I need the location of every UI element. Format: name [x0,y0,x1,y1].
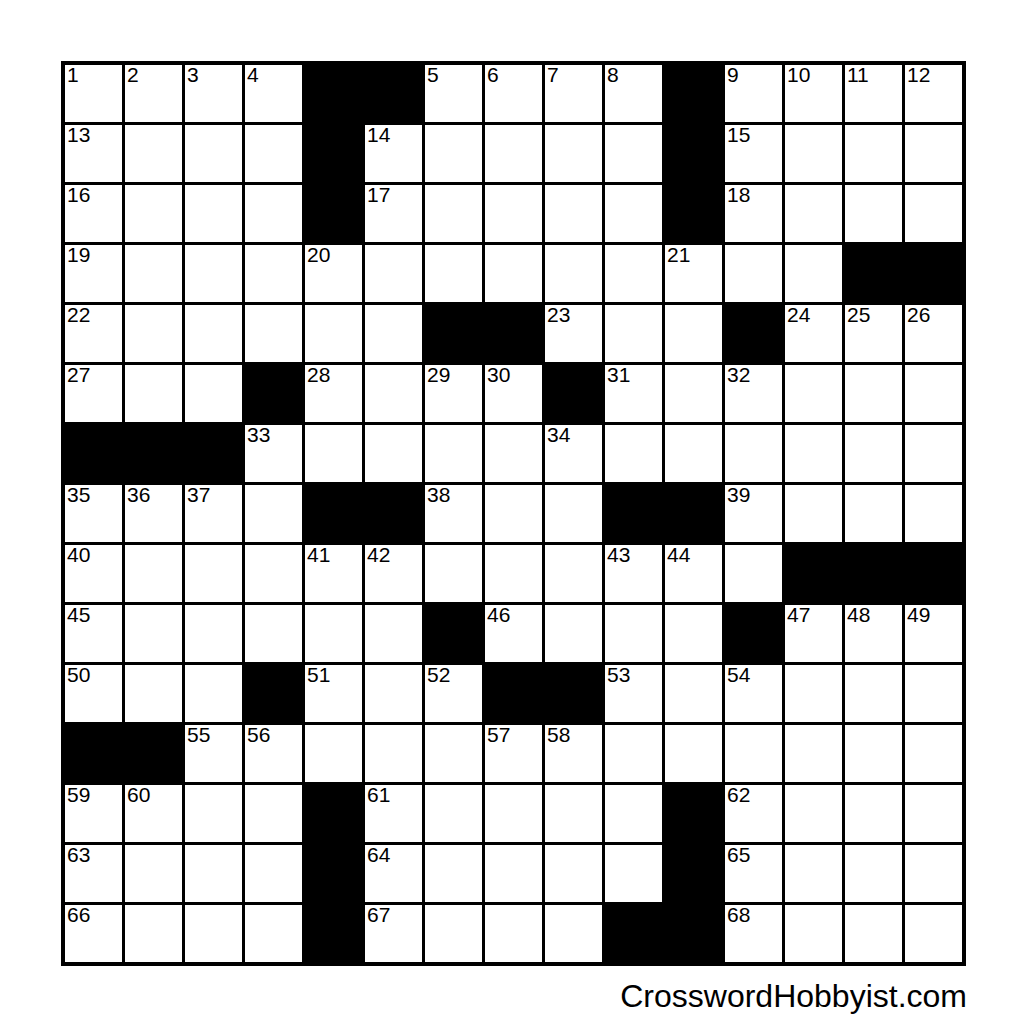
cell-r9c9[interactable] [545,545,602,602]
cell-r11c14[interactable] [845,665,902,722]
cell-r1c14[interactable]: 11 [845,65,902,122]
cell-r13c3[interactable] [185,785,242,842]
black-cell-r7c3 [185,425,242,482]
cell-r6c12[interactable]: 32 [725,365,782,422]
clue-number-10: 10 [787,64,810,85]
cell-r5c11[interactable] [665,305,722,362]
cell-r6c11[interactable] [665,365,722,422]
black-cell-r15c10 [605,905,662,962]
cell-r6c7[interactable]: 29 [425,365,482,422]
cell-r4c11[interactable]: 21 [665,245,722,302]
cell-r10c13[interactable]: 47 [785,605,842,662]
clue-number-50: 50 [67,664,90,685]
black-cell-r12c1 [65,725,122,782]
cell-r9c2[interactable] [125,545,182,602]
cell-r10c15[interactable]: 49 [905,605,962,662]
clue-number-29: 29 [427,364,450,385]
clue-number-23: 23 [547,304,570,325]
clue-number-33: 33 [247,424,270,445]
cell-r4c5[interactable]: 20 [305,245,362,302]
cell-r7c6[interactable] [365,425,422,482]
cell-r8c2[interactable]: 36 [125,485,182,542]
cell-r11c10[interactable]: 53 [605,665,662,722]
clue-number-47: 47 [787,604,810,625]
clue-number-41: 41 [307,544,330,565]
cell-r4c1[interactable]: 19 [65,245,122,302]
black-cell-r15c11 [665,905,722,962]
cell-r15c12[interactable]: 68 [725,905,782,962]
cell-r13c12[interactable]: 62 [725,785,782,842]
cell-r8c7[interactable]: 38 [425,485,482,542]
cell-r3c12[interactable]: 18 [725,185,782,242]
cell-r4c10[interactable] [605,245,662,302]
clue-number-56: 56 [247,724,270,745]
cell-r4c3[interactable] [185,245,242,302]
cell-r6c1[interactable]: 27 [65,365,122,422]
black-cell-r9c14 [845,545,902,602]
cell-r9c11[interactable]: 44 [665,545,722,602]
cell-r12c6[interactable] [365,725,422,782]
cell-r13c2[interactable]: 60 [125,785,182,842]
cell-r2c15[interactable] [905,125,962,182]
black-cell-r10c7 [425,605,482,662]
cell-r9c5[interactable]: 41 [305,545,362,602]
cell-r13c1[interactable]: 59 [65,785,122,842]
cell-r13c7[interactable] [425,785,482,842]
clue-number-6: 6 [487,64,499,85]
cell-r2c13[interactable] [785,125,842,182]
cell-r7c13[interactable] [785,425,842,482]
cell-r7c10[interactable] [605,425,662,482]
cell-r7c11[interactable] [665,425,722,482]
cell-r10c6[interactable] [365,605,422,662]
cell-r12c7[interactable] [425,725,482,782]
clue-number-57: 57 [487,724,510,745]
clue-number-32: 32 [727,364,750,385]
cell-r2c4[interactable] [245,125,302,182]
cell-r13c8[interactable] [485,785,542,842]
cell-r12c15[interactable] [905,725,962,782]
cell-r8c3[interactable]: 37 [185,485,242,542]
cell-r9c10[interactable]: 43 [605,545,662,602]
cell-r13c4[interactable] [245,785,302,842]
clue-number-28: 28 [307,364,330,385]
clue-number-37: 37 [187,484,210,505]
cell-r15c2[interactable] [125,905,182,962]
cell-r5c15[interactable]: 26 [905,305,962,362]
cell-r5c4[interactable] [245,305,302,362]
cell-r14c3[interactable] [185,845,242,902]
cell-r15c7[interactable] [425,905,482,962]
cell-r4c7[interactable] [425,245,482,302]
cell-r13c13[interactable] [785,785,842,842]
cell-r14c15[interactable] [905,845,962,902]
clue-number-26: 26 [907,304,930,325]
cell-r8c9[interactable] [545,485,602,542]
cell-r14c7[interactable] [425,845,482,902]
clue-number-5: 5 [427,64,439,85]
cell-r4c9[interactable] [545,245,602,302]
cell-r14c1[interactable]: 63 [65,845,122,902]
black-cell-r6c9 [545,365,602,422]
clue-number-58: 58 [547,724,570,745]
cell-r6c2[interactable] [125,365,182,422]
clue-number-59: 59 [67,784,90,805]
cell-r6c13[interactable] [785,365,842,422]
black-cell-r13c5 [305,785,362,842]
cell-r2c9[interactable] [545,125,602,182]
cell-r14c14[interactable] [845,845,902,902]
clue-number-20: 20 [307,244,330,265]
cell-r9c12[interactable] [725,545,782,602]
black-cell-r9c13 [785,545,842,602]
cell-r10c5[interactable] [305,605,362,662]
cell-r1c7[interactable]: 5 [425,65,482,122]
cell-r2c14[interactable] [845,125,902,182]
cell-r3c14[interactable] [845,185,902,242]
cell-r8c1[interactable]: 35 [65,485,122,542]
clue-number-43: 43 [607,544,630,565]
clue-number-48: 48 [847,604,870,625]
cell-r12c9[interactable]: 58 [545,725,602,782]
cell-r4c6[interactable] [365,245,422,302]
cell-r2c6[interactable]: 14 [365,125,422,182]
cell-r13c15[interactable] [905,785,962,842]
cell-r14c13[interactable] [785,845,842,902]
clue-number-62: 62 [727,784,750,805]
cell-r7c8[interactable] [485,425,542,482]
cell-r10c10[interactable] [605,605,662,662]
cell-r7c14[interactable] [845,425,902,482]
black-cell-r1c6 [365,65,422,122]
black-cell-r14c5 [305,845,362,902]
cell-r8c15[interactable] [905,485,962,542]
cell-r11c3[interactable] [185,665,242,722]
cell-r3c7[interactable] [425,185,482,242]
cell-r3c13[interactable] [785,185,842,242]
clue-number-31: 31 [607,364,630,385]
cell-r9c7[interactable] [425,545,482,602]
cell-r13c9[interactable] [545,785,602,842]
black-cell-r11c4 [245,665,302,722]
clue-number-53: 53 [607,664,630,685]
clue-number-4: 4 [247,64,259,85]
clue-number-51: 51 [307,664,330,685]
cell-r3c2[interactable] [125,185,182,242]
cell-r4c2[interactable] [125,245,182,302]
clue-number-35: 35 [67,484,90,505]
cell-r7c7[interactable] [425,425,482,482]
black-cell-r12c2 [125,725,182,782]
cell-r14c2[interactable] [125,845,182,902]
clue-number-63: 63 [67,844,90,865]
cell-r10c1[interactable]: 45 [65,605,122,662]
cell-r5c9[interactable]: 23 [545,305,602,362]
clue-number-9: 9 [727,64,739,85]
cell-r1c15[interactable]: 12 [905,65,962,122]
clue-number-21: 21 [667,244,690,265]
black-cell-r10c12 [725,605,782,662]
black-cell-r5c7 [425,305,482,362]
black-cell-r3c11 [665,185,722,242]
cell-r6c5[interactable]: 28 [305,365,362,422]
clue-number-25: 25 [847,304,870,325]
cell-r11c15[interactable] [905,665,962,722]
clue-number-3: 3 [187,64,199,85]
black-cell-r14c11 [665,845,722,902]
black-cell-r8c5 [305,485,362,542]
clue-number-66: 66 [67,904,90,925]
cell-r1c12[interactable]: 9 [725,65,782,122]
cell-r6c10[interactable]: 31 [605,365,662,422]
cell-r12c11[interactable] [665,725,722,782]
cell-r1c9[interactable]: 7 [545,65,602,122]
cell-r14c10[interactable] [605,845,662,902]
clue-number-49: 49 [907,604,930,625]
cell-r11c2[interactable] [125,665,182,722]
cell-r7c15[interactable] [905,425,962,482]
cell-r14c6[interactable]: 64 [365,845,422,902]
cell-r9c8[interactable] [485,545,542,602]
cell-r2c2[interactable] [125,125,182,182]
cell-r10c2[interactable] [125,605,182,662]
cell-r9c4[interactable] [245,545,302,602]
clue-number-52: 52 [427,664,450,685]
clue-number-27: 27 [67,364,90,385]
cell-r1c13[interactable]: 10 [785,65,842,122]
cell-r6c14[interactable] [845,365,902,422]
cell-r7c12[interactable] [725,425,782,482]
clue-number-30: 30 [487,364,510,385]
cell-r5c3[interactable] [185,305,242,362]
cell-r15c15[interactable] [905,905,962,962]
cell-r14c9[interactable] [545,845,602,902]
cell-r6c3[interactable] [185,365,242,422]
cell-r12c5[interactable] [305,725,362,782]
clue-number-2: 2 [127,64,139,85]
clue-number-19: 19 [67,244,90,265]
cell-r10c3[interactable] [185,605,242,662]
clue-number-7: 7 [547,64,559,85]
crossword-board: 1234567891011121314151617181920212223242… [61,61,966,966]
cell-r9c3[interactable] [185,545,242,602]
black-cell-r1c11 [665,65,722,122]
cell-r11c13[interactable] [785,665,842,722]
black-cell-r1c5 [305,65,362,122]
cell-r15c1[interactable]: 66 [65,905,122,962]
black-cell-r2c11 [665,125,722,182]
cell-r1c4[interactable]: 4 [245,65,302,122]
cell-r8c8[interactable] [485,485,542,542]
cell-r14c4[interactable] [245,845,302,902]
cell-r5c14[interactable]: 25 [845,305,902,362]
cell-r5c1[interactable]: 22 [65,305,122,362]
clue-number-54: 54 [727,664,750,685]
cell-r3c1[interactable]: 16 [65,185,122,242]
clue-number-16: 16 [67,184,90,205]
clue-number-12: 12 [907,64,930,85]
black-cell-r4c14 [845,245,902,302]
clue-number-11: 11 [847,64,869,85]
cell-r11c12[interactable]: 54 [725,665,782,722]
clue-number-22: 22 [67,304,90,325]
cell-r1c8[interactable]: 6 [485,65,542,122]
black-cell-r8c10 [605,485,662,542]
black-cell-r3c5 [305,185,362,242]
clue-number-61: 61 [367,784,390,805]
cell-r10c14[interactable]: 48 [845,605,902,662]
clue-number-24: 24 [787,304,810,325]
cell-r11c1[interactable]: 50 [65,665,122,722]
cell-r6c6[interactable] [365,365,422,422]
cell-r15c8[interactable] [485,905,542,962]
cell-r2c8[interactable] [485,125,542,182]
clue-number-36: 36 [127,484,150,505]
black-cell-r7c2 [125,425,182,482]
cell-r10c4[interactable] [245,605,302,662]
cell-r10c11[interactable] [665,605,722,662]
cell-r15c9[interactable] [545,905,602,962]
black-cell-r15c5 [305,905,362,962]
cell-r1c3[interactable]: 3 [185,65,242,122]
clue-number-1: 1 [67,64,79,85]
cell-r2c3[interactable] [185,125,242,182]
clue-number-17: 17 [367,184,390,205]
cell-r10c8[interactable]: 46 [485,605,542,662]
cell-r5c6[interactable] [365,305,422,362]
cell-r15c13[interactable] [785,905,842,962]
cell-r3c4[interactable] [245,185,302,242]
cell-r7c9[interactable]: 34 [545,425,602,482]
cell-r8c13[interactable] [785,485,842,542]
cell-r13c10[interactable] [605,785,662,842]
black-cell-r4c15 [905,245,962,302]
black-cell-r2c5 [305,125,362,182]
cell-r15c3[interactable] [185,905,242,962]
clue-number-14: 14 [367,124,390,145]
clue-number-42: 42 [367,544,390,565]
cell-r9c6[interactable]: 42 [365,545,422,602]
cell-r4c13[interactable] [785,245,842,302]
cell-r6c8[interactable]: 30 [485,365,542,422]
clue-number-18: 18 [727,184,750,205]
clue-number-45: 45 [67,604,90,625]
cell-r14c12[interactable]: 65 [725,845,782,902]
cell-r1c10[interactable]: 8 [605,65,662,122]
cell-r12c12[interactable] [725,725,782,782]
clue-number-34: 34 [547,424,570,445]
cell-r8c12[interactable]: 39 [725,485,782,542]
cell-r3c9[interactable] [545,185,602,242]
cell-r9c1[interactable]: 40 [65,545,122,602]
cell-r12c14[interactable] [845,725,902,782]
cell-r5c13[interactable]: 24 [785,305,842,362]
cell-r4c4[interactable] [245,245,302,302]
cell-r8c4[interactable] [245,485,302,542]
black-cell-r8c6 [365,485,422,542]
clue-number-64: 64 [367,844,390,865]
black-cell-r5c12 [725,305,782,362]
cell-r3c8[interactable] [485,185,542,242]
clue-number-39: 39 [727,484,750,505]
cell-r4c8[interactable] [485,245,542,302]
cell-r7c5[interactable] [305,425,362,482]
cell-r3c10[interactable] [605,185,662,242]
cell-r3c3[interactable] [185,185,242,242]
cell-r2c1[interactable]: 13 [65,125,122,182]
clue-number-46: 46 [487,604,510,625]
clue-number-60: 60 [127,784,150,805]
cell-r6c15[interactable] [905,365,962,422]
cell-r11c11[interactable] [665,665,722,722]
cell-r11c5[interactable]: 51 [305,665,362,722]
clue-number-65: 65 [727,844,750,865]
clue-number-55: 55 [187,724,210,745]
cell-r1c1[interactable]: 1 [65,65,122,122]
cell-r2c12[interactable]: 15 [725,125,782,182]
cell-r15c6[interactable]: 67 [365,905,422,962]
cell-r8c14[interactable] [845,485,902,542]
clue-number-15: 15 [727,124,750,145]
cell-r10c9[interactable] [545,605,602,662]
cell-r5c10[interactable] [605,305,662,362]
cell-r12c4[interactable]: 56 [245,725,302,782]
cell-r3c15[interactable] [905,185,962,242]
cell-r13c6[interactable]: 61 [365,785,422,842]
cell-r11c7[interactable]: 52 [425,665,482,722]
cell-r7c4[interactable]: 33 [245,425,302,482]
black-cell-r5c8 [485,305,542,362]
black-cell-r13c11 [665,785,722,842]
cell-r15c14[interactable] [845,905,902,962]
cell-r12c8[interactable]: 57 [485,725,542,782]
cell-r1c2[interactable]: 2 [125,65,182,122]
cell-r11c6[interactable] [365,665,422,722]
cell-r3c6[interactable]: 17 [365,185,422,242]
clue-number-44: 44 [667,544,690,565]
cell-r5c2[interactable] [125,305,182,362]
cell-r4c12[interactable] [725,245,782,302]
clue-number-67: 67 [367,904,390,925]
site-watermark: CrosswordHobbyist.com [620,980,967,1012]
cell-r12c13[interactable] [785,725,842,782]
clue-number-8: 8 [607,64,619,85]
clue-number-68: 68 [727,904,750,925]
cell-r5c5[interactable] [305,305,362,362]
black-cell-r7c1 [65,425,122,482]
clue-number-13: 13 [67,124,90,145]
black-cell-r6c4 [245,365,302,422]
clue-number-40: 40 [67,544,90,565]
cell-r12c3[interactable]: 55 [185,725,242,782]
cell-r2c7[interactable] [425,125,482,182]
cell-r13c14[interactable] [845,785,902,842]
cell-r12c10[interactable] [605,725,662,782]
black-cell-r8c11 [665,485,722,542]
black-cell-r9c15 [905,545,962,602]
cell-r14c8[interactable] [485,845,542,902]
clue-number-38: 38 [427,484,450,505]
black-cell-r11c8 [485,665,542,722]
cell-r15c4[interactable] [245,905,302,962]
black-cell-r11c9 [545,665,602,722]
cell-r2c10[interactable] [605,125,662,182]
